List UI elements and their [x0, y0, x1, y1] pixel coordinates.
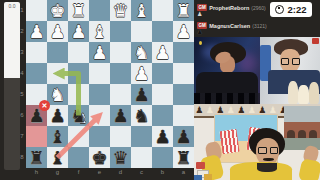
piece-white-pawn-h2[interactable]: ♟ — [26, 21, 47, 42]
eval-score: 0.0 — [4, 3, 20, 9]
stream-screenshot: { "game": "chess", "position": { "fen": … — [0, 0, 320, 180]
glasses-lens — [292, 58, 300, 65]
bridge-photo — [284, 106, 320, 150]
square-b2[interactable] — [152, 21, 173, 42]
player-top-rating: (2960) — [251, 5, 265, 11]
player-bottom-username[interactable]: MagnusCarlsen — [209, 23, 250, 29]
shelf-chess-piece: ♟ — [206, 104, 214, 116]
square-a3[interactable] — [173, 42, 194, 63]
player-row-top: GM ProphetReborn (2960) ♟ 2:22 — [194, 0, 320, 18]
square-f7[interactable] — [68, 126, 89, 147]
square-g4[interactable] — [47, 63, 68, 84]
bridge-arch — [287, 130, 295, 138]
clock-top-time: 2:22 — [287, 4, 306, 15]
piece-black-pawn-c5[interactable]: ♟ — [131, 84, 152, 105]
player-top-line[interactable]: GM ProphetReborn (2960) — [197, 3, 267, 12]
shelf-chess-piece: ♟ — [195, 104, 203, 116]
square-b1[interactable] — [152, 0, 173, 21]
square-e1[interactable] — [89, 0, 110, 21]
piece-white-pawn-f2[interactable]: ♟ — [68, 21, 89, 42]
red-x-badge: ✕ — [39, 100, 50, 111]
piece-white-pawn-a2[interactable]: ♟ — [173, 21, 194, 42]
bridge-arch — [298, 130, 306, 138]
glasses-lens — [281, 58, 289, 65]
webcam-row — [194, 37, 320, 104]
piece-white-queen-d1[interactable]: ♛ — [110, 0, 131, 21]
file-label-e: e — [89, 169, 110, 175]
square-d5[interactable] — [110, 84, 131, 105]
square-d7[interactable] — [110, 126, 131, 147]
square-d2[interactable] — [110, 21, 131, 42]
piece-white-rook-a1[interactable]: ♜ — [173, 0, 194, 21]
piece-black-rook-a8[interactable]: ♜ — [173, 147, 194, 168]
captured-white-pawn-icon: ♟ — [197, 10, 202, 17]
desk-item — [204, 174, 212, 180]
square-a6[interactable] — [173, 105, 194, 126]
square-b5[interactable] — [152, 84, 173, 105]
premove-highlight-h7 — [26, 126, 47, 147]
piece-black-bishop-g7[interactable]: ♝ — [47, 126, 68, 147]
desk-item — [194, 175, 202, 180]
square-e4[interactable] — [89, 63, 110, 84]
file-label-b: b — [152, 169, 173, 175]
piece-black-knight-c6[interactable]: ♞ — [131, 105, 152, 126]
piece-white-pawn-b3[interactable]: ♟ — [152, 42, 173, 63]
square-c7[interactable] — [131, 126, 152, 147]
square-c8[interactable] — [131, 147, 152, 168]
piece-black-pawn-a7[interactable]: ♟ — [173, 126, 194, 147]
square-e5[interactable] — [89, 84, 110, 105]
square-e7[interactable] — [89, 126, 110, 147]
magnus-carlsen-webcam — [194, 37, 260, 104]
rank-label-3: 3 — [19, 49, 25, 55]
glasses-lens — [258, 147, 267, 154]
piece-black-knight-f6[interactable]: ♞ — [68, 105, 89, 126]
piece-white-knight-c3[interactable]: ♞ — [131, 42, 152, 63]
deck-chair — [219, 129, 239, 154]
light-dot — [199, 41, 202, 45]
piece-black-queen-d8[interactable]: ♛ — [110, 147, 131, 168]
square-h1[interactable] — [26, 0, 47, 21]
eval-bar-white-portion — [4, 2, 20, 78]
piece-black-pawn-d6[interactable]: ♟ — [110, 105, 131, 126]
square-a5[interactable] — [173, 84, 194, 105]
square-d3[interactable] — [110, 42, 131, 63]
foreground-chess-pieces — [194, 93, 260, 104]
piece-white-pawn-c4[interactable]: ♟ — [131, 63, 152, 84]
foreground-chess-piece — [309, 82, 319, 104]
rank-label-7: 7 — [19, 133, 25, 139]
glasses-icon — [258, 147, 278, 154]
right-sleeve — [298, 158, 320, 180]
file-label-f: f — [68, 169, 89, 175]
clock-icon — [275, 5, 284, 14]
square-d4[interactable] — [110, 63, 131, 84]
eval-bar: 0.0 — [4, 2, 20, 170]
player-row-bottom: GM MagnusCarlsen (3121) ♟ 2:56 — [194, 18, 320, 36]
file-label-d: d — [110, 169, 131, 175]
square-b8[interactable] — [152, 147, 173, 168]
streamer-webcam: ♟♟♟♟♟♟♟♟♟♟♟♟ — [194, 104, 320, 180]
piece-black-rook-h8[interactable]: ♜ — [26, 147, 47, 168]
piece-white-pawn-e3[interactable]: ♟ — [89, 42, 110, 63]
square-b4[interactable] — [152, 63, 173, 84]
square-f3[interactable] — [68, 42, 89, 63]
desk-item — [196, 162, 205, 169]
piece-white-knight-g5[interactable]: ♞ — [47, 84, 68, 105]
rank-label-2: 2 — [19, 28, 25, 34]
square-f8[interactable] — [68, 147, 89, 168]
piece-black-king-e8[interactable]: ♚ — [89, 147, 110, 168]
square-c2[interactable] — [131, 21, 152, 42]
piece-black-pawn-b7[interactable]: ♟ — [152, 126, 173, 147]
captured-black-pawn-icon: ♟ — [197, 28, 202, 35]
square-h3[interactable] — [26, 42, 47, 63]
rank-label-1: 1 — [19, 7, 25, 13]
piece-white-bishop-e2[interactable]: ♝ — [89, 21, 110, 42]
piece-white-king-g1[interactable]: ♚ — [47, 0, 68, 21]
bridge-arch — [309, 130, 317, 138]
rank-label-4: 4 — [19, 70, 25, 76]
piece-white-bishop-c1[interactable]: ♝ — [131, 0, 152, 21]
event-logo — [312, 38, 319, 44]
foreground-chess-piece — [298, 85, 309, 104]
glasses-lens — [270, 147, 279, 154]
file-label-g: g — [47, 169, 68, 175]
piece-white-rook-f1[interactable]: ♜ — [68, 0, 89, 21]
file-label-a: a — [173, 169, 194, 175]
square-a4[interactable] — [173, 63, 194, 84]
player-bottom-rating: (3121) — [252, 23, 266, 29]
player-top-username[interactable]: ProphetReborn — [209, 5, 249, 11]
piece-black-pawn-g6[interactable]: ♟ — [47, 105, 68, 126]
foreground-chess-piece — [288, 81, 298, 104]
rank-label-8: 8 — [19, 154, 25, 160]
square-e6[interactable] — [89, 105, 110, 126]
glasses-icon — [281, 58, 300, 64]
opponent-webcam — [260, 37, 320, 104]
square-f4[interactable] — [68, 63, 89, 84]
file-label-h: h — [26, 169, 47, 175]
square-g3[interactable] — [47, 42, 68, 63]
shirt-collar — [257, 163, 277, 172]
square-b6[interactable] — [152, 105, 173, 126]
player-bottom-line[interactable]: GM MagnusCarlsen (3121) — [197, 21, 267, 30]
mustache — [263, 158, 274, 162]
rank-label-6: 6 — [19, 112, 25, 118]
piece-white-pawn-g2[interactable]: ♟ — [47, 21, 68, 42]
rank-label-5: 5 — [19, 91, 25, 97]
square-h4[interactable] — [26, 63, 47, 84]
active-clock: 2:22 — [270, 2, 312, 17]
file-labels: hgfedcba — [26, 169, 194, 175]
file-label-c: c — [131, 169, 152, 175]
piece-black-bishop-g8[interactable]: ♝ — [47, 147, 68, 168]
square-h7[interactable] — [26, 126, 47, 147]
square-f5[interactable] — [68, 84, 89, 105]
